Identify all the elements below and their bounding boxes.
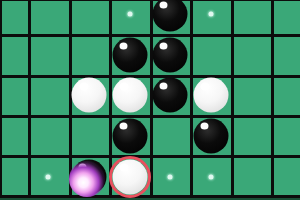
board-cell-r4c4[interactable] (153, 158, 190, 195)
board-cell-r2c2[interactable] (72, 78, 109, 115)
board-cell-r1c3[interactable] (112, 37, 150, 75)
board-cell-r1c7[interactable] (274, 37, 300, 75)
board-cell-r1c5[interactable] (193, 37, 231, 75)
game-screen (0, 0, 300, 200)
board-cell-r2c6[interactable] (234, 78, 271, 115)
board-cell-r0c0[interactable] (2, 1, 28, 34)
board-cell-r3c5[interactable] (193, 118, 231, 155)
board-cell-r0c4[interactable] (153, 1, 190, 34)
board-cell-r4c5[interactable] (193, 158, 231, 195)
board-cell-r2c4[interactable] (153, 78, 190, 115)
board-cell-r3c4[interactable] (153, 118, 190, 155)
board-cell-r2c0[interactable] (2, 78, 28, 115)
board-cell-r4c1[interactable] (31, 158, 69, 195)
board-cell-r1c6[interactable] (234, 37, 271, 75)
board-cell-r1c2[interactable] (72, 37, 109, 75)
board-cell-r1c4[interactable] (153, 37, 190, 75)
board-cell-r1c0[interactable] (2, 37, 28, 75)
board-cell-r2c7[interactable] (274, 78, 300, 115)
board-cell-r0c1[interactable] (31, 1, 69, 34)
board-cell-r1c1[interactable] (31, 37, 69, 75)
board-cell-r4c0[interactable] (2, 158, 28, 195)
board-cell-r2c3[interactable] (112, 78, 150, 115)
board-cell-r3c6[interactable] (234, 118, 271, 155)
board-cell-r0c5[interactable] (193, 1, 231, 34)
othello-board (0, 0, 300, 200)
board-cell-r4c7[interactable] (274, 158, 300, 195)
board-cell-r3c0[interactable] (2, 118, 28, 155)
board-cell-r3c2[interactable] (72, 118, 109, 155)
board-cell-r4c3[interactable] (112, 158, 150, 195)
board-cell-r0c6[interactable] (234, 1, 271, 34)
board-cell-r3c3[interactable] (112, 118, 150, 155)
board-cell-r4c6[interactable] (234, 158, 271, 195)
board-cell-r3c1[interactable] (31, 118, 69, 155)
board-bottom-edge (0, 198, 300, 200)
board-cell-r0c3[interactable] (112, 1, 150, 34)
board-cell-r0c2[interactable] (72, 1, 109, 34)
board-cell-r2c1[interactable] (31, 78, 69, 115)
board-cell-r3c7[interactable] (274, 118, 300, 155)
board-cell-r0c7[interactable] (274, 1, 300, 34)
board-cell-r4c2[interactable] (72, 158, 109, 195)
board-cell-r2c5[interactable] (193, 78, 231, 115)
